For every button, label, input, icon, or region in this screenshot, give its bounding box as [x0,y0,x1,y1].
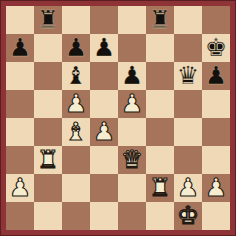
square-e1[interactable] [118,202,146,230]
square-a7[interactable]: ♟ [6,34,34,62]
black-pawn-piece: ♟ [9,34,31,62]
square-g4[interactable] [174,118,202,146]
square-a3[interactable] [6,146,34,174]
square-h3[interactable] [202,146,230,174]
black-pawn-piece: ♟ [121,62,143,90]
square-f8[interactable]: ♜ [146,6,174,34]
black-bishop-piece: ♝ [65,62,87,90]
square-b4[interactable] [34,118,62,146]
square-d7[interactable]: ♟ [90,34,118,62]
square-h7[interactable]: ♚ [202,34,230,62]
white-pawn-piece: ♟ [9,174,31,202]
square-h4[interactable] [202,118,230,146]
square-a8[interactable] [6,6,34,34]
white-pawn-piece: ♟ [205,174,227,202]
square-a2[interactable]: ♟ [6,174,34,202]
square-g7[interactable] [174,34,202,62]
square-g3[interactable] [174,146,202,174]
square-e4[interactable] [118,118,146,146]
white-rook-piece: ♜ [149,174,171,202]
white-rook-piece: ♜ [37,146,59,174]
black-queen-piece: ♛ [177,62,199,90]
square-d5[interactable] [90,90,118,118]
square-g2[interactable]: ♟ [174,174,202,202]
square-a4[interactable] [6,118,34,146]
square-g1[interactable]: ♚ [174,202,202,230]
black-pawn-piece: ♟ [65,34,87,62]
square-d3[interactable] [90,146,118,174]
black-king-piece: ♚ [205,34,227,62]
square-g5[interactable] [174,90,202,118]
square-a5[interactable] [6,90,34,118]
square-b3[interactable]: ♜ [34,146,62,174]
square-b6[interactable] [34,62,62,90]
square-f7[interactable] [146,34,174,62]
square-e8[interactable] [118,6,146,34]
square-d1[interactable] [90,202,118,230]
square-c4[interactable]: ♝ [62,118,90,146]
square-h8[interactable] [202,6,230,34]
chess-board: ♜♜♟♟♟♚♝♟♛♟♟♟♝♟♜♛♟♜♟♟♚ [6,6,230,230]
square-d2[interactable] [90,174,118,202]
square-f2[interactable]: ♜ [146,174,174,202]
square-f4[interactable] [146,118,174,146]
square-b7[interactable] [34,34,62,62]
square-e6[interactable]: ♟ [118,62,146,90]
square-f1[interactable] [146,202,174,230]
square-e2[interactable] [118,174,146,202]
square-b8[interactable]: ♜ [34,6,62,34]
square-d8[interactable] [90,6,118,34]
white-king-piece: ♚ [177,202,199,230]
board-frame: ♜♜♟♟♟♚♝♟♛♟♟♟♝♟♜♛♟♜♟♟♚ [1,1,235,235]
white-bishop-piece: ♝ [65,118,87,146]
square-a1[interactable] [6,202,34,230]
square-e3[interactable]: ♛ [118,146,146,174]
white-pawn-piece: ♟ [121,90,143,118]
square-c3[interactable] [62,146,90,174]
square-c7[interactable]: ♟ [62,34,90,62]
square-h5[interactable] [202,90,230,118]
square-f3[interactable] [146,146,174,174]
square-a6[interactable] [6,62,34,90]
square-e5[interactable]: ♟ [118,90,146,118]
square-g6[interactable]: ♛ [174,62,202,90]
square-h2[interactable]: ♟ [202,174,230,202]
square-h1[interactable] [202,202,230,230]
square-b1[interactable] [34,202,62,230]
square-c5[interactable]: ♟ [62,90,90,118]
square-c6[interactable]: ♝ [62,62,90,90]
square-g8[interactable] [174,6,202,34]
black-rook-piece: ♜ [37,6,59,34]
square-h6[interactable]: ♟ [202,62,230,90]
white-pawn-piece: ♟ [93,118,115,146]
square-c2[interactable] [62,174,90,202]
square-d4[interactable]: ♟ [90,118,118,146]
white-queen-piece: ♛ [121,146,143,174]
square-e7[interactable] [118,34,146,62]
black-rook-piece: ♜ [149,6,171,34]
black-pawn-piece: ♟ [205,62,227,90]
white-pawn-piece: ♟ [65,90,87,118]
square-c1[interactable] [62,202,90,230]
square-b5[interactable] [34,90,62,118]
square-c8[interactable] [62,6,90,34]
square-d6[interactable] [90,62,118,90]
square-f6[interactable] [146,62,174,90]
white-pawn-piece: ♟ [177,174,199,202]
square-b2[interactable] [34,174,62,202]
black-pawn-piece: ♟ [93,34,115,62]
square-f5[interactable] [146,90,174,118]
